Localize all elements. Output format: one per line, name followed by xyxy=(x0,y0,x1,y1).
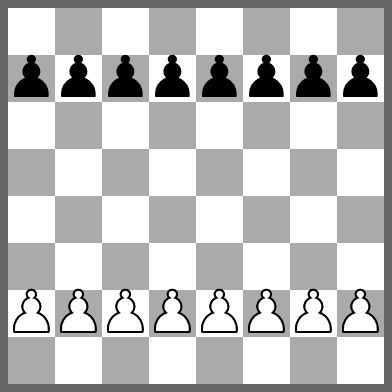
square-d7[interactable]: ♟ xyxy=(149,55,196,102)
square-f7[interactable]: ♟ xyxy=(243,55,290,102)
white-pawn[interactable]: ♟ xyxy=(147,289,199,336)
square-c7[interactable]: ♟ xyxy=(102,55,149,102)
square-b4[interactable] xyxy=(55,196,102,243)
square-a4[interactable] xyxy=(8,196,55,243)
chess-board: ♟♟♟♟♟♟♟♟♟♟♟♟♟♟♟♟ xyxy=(0,0,392,392)
square-e7[interactable]: ♟ xyxy=(196,55,243,102)
square-b2[interactable]: ♟ xyxy=(55,290,102,337)
square-h5[interactable] xyxy=(337,149,384,196)
white-pawn[interactable]: ♟ xyxy=(194,289,246,336)
square-d5[interactable] xyxy=(149,149,196,196)
black-pawn[interactable]: ♟ xyxy=(100,54,152,101)
square-b7[interactable]: ♟ xyxy=(55,55,102,102)
square-d2[interactable]: ♟ xyxy=(149,290,196,337)
square-e2[interactable]: ♟ xyxy=(196,290,243,337)
black-pawn[interactable]: ♟ xyxy=(335,54,387,101)
square-c2[interactable]: ♟ xyxy=(102,290,149,337)
square-h7[interactable]: ♟ xyxy=(337,55,384,102)
square-h4[interactable] xyxy=(337,196,384,243)
square-e5[interactable] xyxy=(196,149,243,196)
square-c5[interactable] xyxy=(102,149,149,196)
black-pawn[interactable]: ♟ xyxy=(241,54,293,101)
board-grid: ♟♟♟♟♟♟♟♟♟♟♟♟♟♟♟♟ xyxy=(8,8,384,384)
square-f4[interactable] xyxy=(243,196,290,243)
square-g7[interactable]: ♟ xyxy=(290,55,337,102)
square-a5[interactable] xyxy=(8,149,55,196)
black-pawn[interactable]: ♟ xyxy=(288,54,340,101)
square-e4[interactable] xyxy=(196,196,243,243)
square-g2[interactable]: ♟ xyxy=(290,290,337,337)
white-pawn[interactable]: ♟ xyxy=(53,289,105,336)
white-pawn[interactable]: ♟ xyxy=(241,289,293,336)
white-pawn[interactable]: ♟ xyxy=(6,289,58,336)
square-g5[interactable] xyxy=(290,149,337,196)
square-h2[interactable]: ♟ xyxy=(337,290,384,337)
black-pawn[interactable]: ♟ xyxy=(147,54,199,101)
black-pawn[interactable]: ♟ xyxy=(194,54,246,101)
square-a2[interactable]: ♟ xyxy=(8,290,55,337)
black-pawn[interactable]: ♟ xyxy=(53,54,105,101)
square-a7[interactable]: ♟ xyxy=(8,55,55,102)
square-g4[interactable] xyxy=(290,196,337,243)
white-pawn[interactable]: ♟ xyxy=(335,289,387,336)
square-f5[interactable] xyxy=(243,149,290,196)
square-d4[interactable] xyxy=(149,196,196,243)
square-c4[interactable] xyxy=(102,196,149,243)
black-pawn[interactable]: ♟ xyxy=(6,54,58,101)
white-pawn[interactable]: ♟ xyxy=(100,289,152,336)
square-b5[interactable] xyxy=(55,149,102,196)
white-pawn[interactable]: ♟ xyxy=(288,289,340,336)
square-f2[interactable]: ♟ xyxy=(243,290,290,337)
